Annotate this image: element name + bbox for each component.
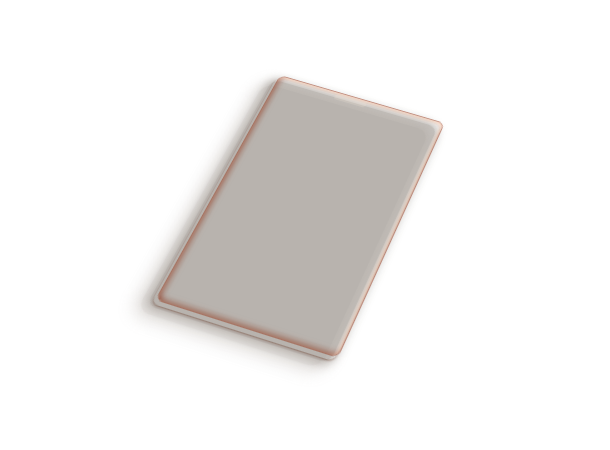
photo-canvas — [0, 0, 610, 450]
embossed-marking — [333, 94, 367, 108]
silicone-mold — [155, 75, 445, 358]
